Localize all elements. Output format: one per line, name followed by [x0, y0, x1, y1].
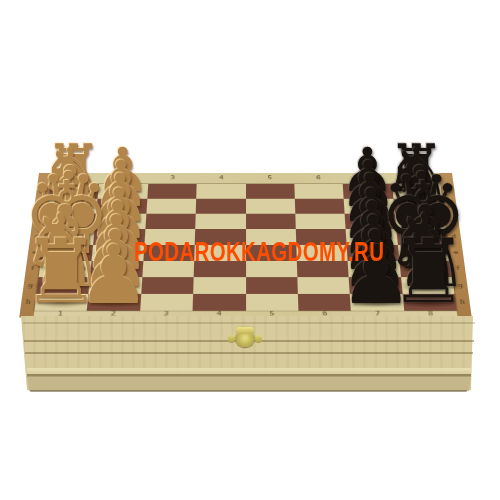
coord-front-5: 5	[269, 311, 274, 316]
square-b5	[245, 199, 295, 214]
coord-back-8: 8	[412, 176, 417, 181]
square-h6	[297, 294, 350, 311]
clasp-left-wing	[228, 335, 235, 343]
square-a6	[294, 184, 344, 199]
square-a3	[147, 184, 197, 199]
box-bottom-edge	[30, 390, 467, 392]
square-h8	[402, 294, 456, 311]
coord-right-c: c	[449, 219, 455, 224]
square-g8	[400, 277, 454, 294]
coord-left-c: c	[36, 219, 42, 224]
chess-set-photo: 11aa22bb33cc44dd55ee66ff77gg88hh ♜♞♝♛♚♝♞…	[0, 0, 500, 500]
square-a7	[342, 184, 392, 199]
coord-left-a: a	[40, 189, 46, 194]
square-c4	[195, 214, 245, 229]
coord-right-d: d	[451, 235, 457, 240]
coord-back-3: 3	[170, 176, 175, 181]
coord-right-g: g	[457, 283, 463, 288]
square-h5	[245, 294, 298, 311]
square-f8	[399, 261, 452, 277]
square-g1	[36, 277, 90, 294]
square-h2	[87, 294, 141, 311]
box-molding-groove	[27, 374, 471, 377]
coord-front-2: 2	[110, 311, 116, 316]
square-b4	[195, 199, 245, 214]
coord-left-b: b	[38, 204, 44, 209]
square-f1	[38, 261, 91, 277]
coord-back-2: 2	[121, 176, 126, 181]
square-c2	[94, 214, 145, 229]
coord-front-1: 1	[57, 311, 63, 316]
coord-front-3: 3	[163, 311, 169, 316]
coord-front-7: 7	[374, 311, 380, 316]
coord-right-h: h	[459, 300, 465, 305]
square-e1	[40, 245, 93, 261]
square-g7	[348, 277, 401, 294]
coord-left-e: e	[32, 250, 38, 255]
coord-back-5: 5	[267, 176, 272, 181]
coord-left-g: g	[27, 283, 33, 288]
board-frame-back	[50, 173, 440, 184]
square-e8	[397, 245, 450, 261]
square-g3	[141, 277, 194, 294]
square-c6	[295, 214, 346, 229]
square-g4	[193, 277, 245, 294]
square-c1	[44, 214, 96, 229]
coord-front-8: 8	[427, 311, 433, 316]
coord-front-6: 6	[322, 311, 328, 316]
coord-left-h: h	[25, 300, 31, 305]
square-g2	[88, 277, 141, 294]
coord-right-e: e	[453, 250, 459, 255]
clasp-plate	[236, 327, 254, 334]
coord-front-4: 4	[216, 311, 221, 316]
square-h3	[139, 294, 192, 311]
square-c8	[394, 214, 446, 229]
coord-back-1: 1	[72, 176, 77, 181]
square-c5	[245, 214, 295, 229]
coord-right-a: a	[445, 189, 451, 194]
square-g5	[245, 277, 297, 294]
brass-clasp-icon	[228, 326, 262, 354]
square-b2	[96, 199, 147, 214]
square-h4	[192, 294, 245, 311]
coord-back-7: 7	[364, 176, 369, 181]
square-c7	[344, 214, 395, 229]
square-h7	[349, 294, 403, 311]
square-h1	[34, 294, 88, 311]
square-d8	[396, 229, 448, 245]
square-a2	[97, 184, 147, 199]
square-b3	[146, 199, 196, 214]
square-a4	[196, 184, 245, 199]
coord-right-b: b	[447, 204, 453, 209]
square-b7	[343, 199, 394, 214]
square-a8	[391, 184, 442, 199]
square-d1	[42, 229, 94, 245]
coord-left-d: d	[34, 235, 40, 240]
square-a5	[245, 184, 294, 199]
coord-back-4: 4	[218, 176, 223, 181]
clasp-body	[235, 334, 255, 347]
coord-right-f: f	[455, 266, 461, 271]
clasp-right-wing	[255, 335, 262, 343]
square-g6	[297, 277, 350, 294]
square-a1	[48, 184, 99, 199]
coord-left-f: f	[29, 266, 35, 271]
box-seam	[23, 322, 475, 324]
square-b6	[294, 199, 344, 214]
square-b8	[393, 199, 444, 214]
coord-back-6: 6	[315, 176, 320, 181]
square-b1	[46, 199, 97, 214]
watermark-text: PODAROKKAGDOMY.RU	[134, 238, 384, 266]
square-c3	[145, 214, 196, 229]
